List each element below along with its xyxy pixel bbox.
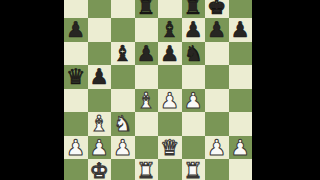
square-e4[interactable]: ♟: [158, 89, 182, 113]
square-f6[interactable]: ♞: [182, 42, 206, 66]
black-pawn-h7[interactable]: ♟: [231, 18, 250, 42]
square-b5[interactable]: ♟: [88, 65, 112, 89]
square-h7[interactable]: ♟: [229, 18, 253, 42]
white-pawn-f4[interactable]: ♟: [184, 88, 203, 112]
black-pawn-f7[interactable]: ♟: [184, 18, 203, 42]
letterbox-left: [0, 0, 64, 180]
square-b4[interactable]: [88, 89, 112, 113]
black-king-g8[interactable]: ♚: [207, 0, 226, 18]
square-g8[interactable]: ♚: [205, 0, 229, 18]
square-c7[interactable]: [111, 18, 135, 42]
black-pawn-g7[interactable]: ♟: [207, 18, 226, 42]
square-a6[interactable]: [64, 42, 88, 66]
square-c3[interactable]: ♞: [111, 112, 135, 136]
square-e7[interactable]: ♝: [158, 18, 182, 42]
black-rook-f8[interactable]: ♜: [184, 0, 203, 18]
square-e2[interactable]: ♛: [158, 136, 182, 160]
white-rook-f1[interactable]: ♜: [184, 159, 203, 180]
square-b7[interactable]: [88, 18, 112, 42]
square-b8[interactable]: [88, 0, 112, 18]
square-f7[interactable]: ♟: [182, 18, 206, 42]
square-e5[interactable]: [158, 65, 182, 89]
square-f3[interactable]: [182, 112, 206, 136]
square-h5[interactable]: [229, 65, 253, 89]
square-h3[interactable]: [229, 112, 253, 136]
square-h6[interactable]: [229, 42, 253, 66]
square-b6[interactable]: [88, 42, 112, 66]
square-g1[interactable]: [205, 159, 229, 180]
square-g6[interactable]: [205, 42, 229, 66]
square-a1[interactable]: [64, 159, 88, 180]
square-e6[interactable]: ♟: [158, 42, 182, 66]
square-b3[interactable]: ♝: [88, 112, 112, 136]
square-f8[interactable]: ♜: [182, 0, 206, 18]
white-rook-d1[interactable]: ♜: [137, 159, 156, 180]
square-d3[interactable]: [135, 112, 159, 136]
black-bishop-c6[interactable]: ♝: [113, 41, 132, 65]
square-d8[interactable]: ♜: [135, 0, 159, 18]
black-knight-f6[interactable]: ♞: [184, 41, 203, 65]
square-a5[interactable]: ♛: [64, 65, 88, 89]
white-bishop-d4[interactable]: ♝: [137, 88, 156, 112]
square-a8[interactable]: [64, 0, 88, 18]
square-a2[interactable]: ♟: [64, 136, 88, 160]
white-pawn-a2[interactable]: ♟: [66, 135, 85, 159]
white-king-b1[interactable]: ♚: [90, 159, 109, 180]
square-g3[interactable]: [205, 112, 229, 136]
square-b2[interactable]: ♟: [88, 136, 112, 160]
black-queen-a5[interactable]: ♛: [66, 65, 85, 89]
white-bishop-b3[interactable]: ♝: [90, 112, 109, 136]
square-h1[interactable]: [229, 159, 253, 180]
square-a3[interactable]: [64, 112, 88, 136]
square-g4[interactable]: [205, 89, 229, 113]
square-c8[interactable]: [111, 0, 135, 18]
white-knight-c3[interactable]: ♞: [113, 112, 132, 136]
white-pawn-g2[interactable]: ♟: [207, 135, 226, 159]
square-d4[interactable]: ♝: [135, 89, 159, 113]
square-e3[interactable]: [158, 112, 182, 136]
square-a7[interactable]: ♟: [64, 18, 88, 42]
square-d2[interactable]: [135, 136, 159, 160]
square-f5[interactable]: [182, 65, 206, 89]
square-f1[interactable]: ♜: [182, 159, 206, 180]
black-rook-d8[interactable]: ♜: [137, 0, 156, 18]
square-c4[interactable]: [111, 89, 135, 113]
square-c1[interactable]: [111, 159, 135, 180]
white-pawn-c2[interactable]: ♟: [113, 135, 132, 159]
video-frame: ♜♜♚♟♝♟♟♟♝♟♟♞♛♟♝♟♟♝♞♟♟♟♛♟♟♚♜♜: [0, 0, 320, 180]
chess-board[interactable]: ♜♜♚♟♝♟♟♟♝♟♟♞♛♟♝♟♟♝♞♟♟♟♛♟♟♚♜♜: [64, 0, 252, 180]
black-pawn-e6[interactable]: ♟: [160, 41, 179, 65]
square-f4[interactable]: ♟: [182, 89, 206, 113]
square-c2[interactable]: ♟: [111, 136, 135, 160]
square-g5[interactable]: [205, 65, 229, 89]
square-b1[interactable]: ♚: [88, 159, 112, 180]
black-pawn-a7[interactable]: ♟: [66, 18, 85, 42]
square-g7[interactable]: ♟: [205, 18, 229, 42]
white-pawn-h2[interactable]: ♟: [231, 135, 250, 159]
black-pawn-b5[interactable]: ♟: [90, 65, 109, 89]
square-e1[interactable]: [158, 159, 182, 180]
letterbox-right: [252, 0, 320, 180]
square-d1[interactable]: ♜: [135, 159, 159, 180]
square-f2[interactable]: [182, 136, 206, 160]
square-d5[interactable]: [135, 65, 159, 89]
square-h4[interactable]: [229, 89, 253, 113]
square-h8[interactable]: [229, 0, 253, 18]
square-g2[interactable]: ♟: [205, 136, 229, 160]
square-e8[interactable]: [158, 0, 182, 18]
square-d6[interactable]: ♟: [135, 42, 159, 66]
square-a4[interactable]: [64, 89, 88, 113]
square-h2[interactable]: ♟: [229, 136, 253, 160]
black-pawn-d6[interactable]: ♟: [137, 41, 156, 65]
white-pawn-e4[interactable]: ♟: [160, 88, 179, 112]
black-bishop-e7[interactable]: ♝: [160, 18, 179, 42]
square-c6[interactable]: ♝: [111, 42, 135, 66]
square-c5[interactable]: [111, 65, 135, 89]
square-d7[interactable]: [135, 18, 159, 42]
white-queen-e2[interactable]: ♛: [160, 135, 179, 159]
white-pawn-b2[interactable]: ♟: [90, 135, 109, 159]
